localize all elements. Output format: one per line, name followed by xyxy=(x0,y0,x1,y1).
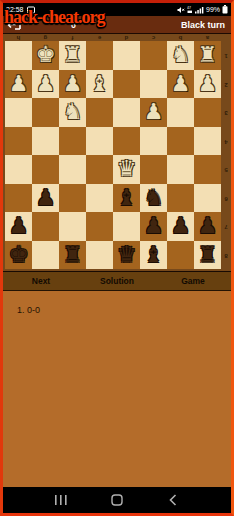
square-h6[interactable] xyxy=(5,184,32,213)
square-c6[interactable]: ♞ xyxy=(140,184,167,213)
tab-solution[interactable]: Solution xyxy=(79,272,155,290)
piece-white-knight: ♞ xyxy=(63,101,83,123)
piece-white-pawn: ♟ xyxy=(171,73,191,95)
rank-label-2: 2 xyxy=(221,70,231,99)
square-e5[interactable] xyxy=(86,155,113,184)
board-squares: ♚♜♞♜♟♟♟♝♟♟♞♟♛♟♝♞♟♟♟♟♚♜♛♝♜ xyxy=(5,41,221,269)
square-h7[interactable]: ♟ xyxy=(5,212,32,241)
file-label-h: h xyxy=(5,34,32,41)
square-e3[interactable] xyxy=(86,98,113,127)
square-c2[interactable] xyxy=(140,70,167,99)
square-g1[interactable]: ♚ xyxy=(32,41,59,70)
square-a7[interactable]: ♟ xyxy=(194,212,221,241)
piece-black-rook: ♜ xyxy=(198,244,218,266)
svg-text:47: 47 xyxy=(187,6,191,10)
square-g3[interactable] xyxy=(32,98,59,127)
exit-arrow-icon[interactable] xyxy=(3,17,25,32)
square-d4[interactable] xyxy=(113,127,140,156)
piece-black-bishop: ♝ xyxy=(117,187,137,209)
piece-white-queen: ♛ xyxy=(117,158,137,180)
screenshot-icon xyxy=(27,6,35,14)
piece-black-king: ♚ xyxy=(9,244,29,266)
rank-label-1: 1 xyxy=(221,41,231,70)
rank-label-4: 4 xyxy=(221,127,231,156)
battery-icon xyxy=(222,5,228,14)
rank-label-7: 7 xyxy=(221,212,231,241)
square-a6[interactable] xyxy=(194,184,221,213)
square-a8[interactable]: ♜ xyxy=(194,241,221,270)
square-g7[interactable] xyxy=(32,212,59,241)
square-d1[interactable] xyxy=(113,41,140,70)
square-a1[interactable]: ♜ xyxy=(194,41,221,70)
file-label-f: f xyxy=(59,34,86,41)
mute-icon xyxy=(177,6,185,14)
score-white: 0 xyxy=(71,20,76,30)
tab-bar: Next Solution Game xyxy=(3,272,231,291)
square-b6[interactable] xyxy=(167,184,194,213)
piece-white-rook: ♜ xyxy=(198,44,218,66)
rank-label-3: 3 xyxy=(221,98,231,127)
rank-labels: 12345678 xyxy=(221,41,231,269)
piece-white-pawn: ♟ xyxy=(9,73,29,95)
moves-panel: 1. 0-0 xyxy=(3,291,231,487)
square-d5[interactable]: ♛ xyxy=(113,155,140,184)
rank-label-6: 6 xyxy=(221,184,231,213)
score-red: 0 xyxy=(100,20,105,30)
square-d6[interactable]: ♝ xyxy=(113,184,140,213)
piece-black-pawn: ♟ xyxy=(171,215,191,237)
square-a5[interactable] xyxy=(194,155,221,184)
square-e1[interactable] xyxy=(86,41,113,70)
piece-black-pawn: ♟ xyxy=(198,215,218,237)
piece-white-pawn: ♟ xyxy=(63,73,83,95)
file-label-d: d xyxy=(113,34,140,41)
square-f5[interactable] xyxy=(59,155,86,184)
toolbar: 0 0 Black turn xyxy=(3,16,231,34)
square-b2[interactable]: ♟ xyxy=(167,70,194,99)
square-h1[interactable] xyxy=(5,41,32,70)
square-b8[interactable] xyxy=(167,241,194,270)
square-b3[interactable] xyxy=(167,98,194,127)
square-h5[interactable] xyxy=(5,155,32,184)
square-c4[interactable] xyxy=(140,127,167,156)
square-d3[interactable] xyxy=(113,98,140,127)
square-e7[interactable] xyxy=(86,212,113,241)
square-b1[interactable]: ♞ xyxy=(167,41,194,70)
piece-black-queen: ♛ xyxy=(117,244,137,266)
navigation-bar xyxy=(3,487,231,513)
square-g4[interactable] xyxy=(32,127,59,156)
piece-black-bishop: ♝ xyxy=(144,244,164,266)
square-f4[interactable] xyxy=(59,127,86,156)
square-e6[interactable] xyxy=(86,184,113,213)
piece-white-pawn: ♟ xyxy=(198,73,218,95)
square-g8[interactable] xyxy=(32,241,59,270)
piece-black-rook: ♜ xyxy=(63,244,83,266)
piece-black-knight: ♞ xyxy=(144,187,164,209)
piece-white-bishop: ♝ xyxy=(90,73,110,95)
piece-white-knight: ♞ xyxy=(171,44,191,66)
square-h3[interactable] xyxy=(5,98,32,127)
square-d7[interactable] xyxy=(113,212,140,241)
square-f6[interactable] xyxy=(59,184,86,213)
back-icon[interactable] xyxy=(158,490,188,510)
square-d8[interactable]: ♛ xyxy=(113,241,140,270)
file-label-c: c xyxy=(140,34,167,41)
signal-icon xyxy=(195,6,204,14)
piece-white-rook: ♜ xyxy=(63,44,83,66)
volte-icon: 47 xyxy=(187,6,193,14)
square-f7[interactable] xyxy=(59,212,86,241)
square-f3[interactable]: ♞ xyxy=(59,98,86,127)
square-c8[interactable]: ♝ xyxy=(140,241,167,270)
file-label-b: b xyxy=(167,34,194,41)
move-text: 1. 0-0 xyxy=(17,305,40,315)
square-e8[interactable] xyxy=(86,241,113,270)
phone-screen: hack-cheat.org 22:58 47 99% xyxy=(0,0,234,516)
square-c1[interactable] xyxy=(140,41,167,70)
status-bar: 22:58 47 99% xyxy=(3,3,231,16)
chess-board: hgfedcba ♚♜♞♜♟♟♟♝♟♟♞♟♛♟♝♞♟♟♟♟♚♜♛♝♜ 12345… xyxy=(3,34,231,272)
file-label-e: e xyxy=(86,34,113,41)
file-label-g: g xyxy=(32,34,59,41)
square-f1[interactable]: ♜ xyxy=(59,41,86,70)
square-d2[interactable] xyxy=(113,70,140,99)
square-a3[interactable] xyxy=(194,98,221,127)
square-g5[interactable] xyxy=(32,155,59,184)
square-b4[interactable] xyxy=(167,127,194,156)
tab-next[interactable]: Next xyxy=(3,272,79,290)
turn-indicator: Black turn xyxy=(181,20,225,30)
square-c3[interactable]: ♟ xyxy=(140,98,167,127)
piece-white-king: ♚ xyxy=(36,44,56,66)
tab-game[interactable]: Game xyxy=(155,272,231,290)
piece-white-pawn: ♟ xyxy=(144,101,164,123)
home-icon[interactable] xyxy=(102,490,132,510)
square-g2[interactable]: ♟ xyxy=(32,70,59,99)
rank-label-5: 5 xyxy=(221,155,231,184)
file-label-a: a xyxy=(194,34,221,41)
square-f8[interactable]: ♜ xyxy=(59,241,86,270)
status-time: 22:58 xyxy=(6,6,24,13)
square-g6[interactable]: ♟ xyxy=(32,184,59,213)
square-b5[interactable] xyxy=(167,155,194,184)
square-h2[interactable]: ♟ xyxy=(5,70,32,99)
square-a4[interactable] xyxy=(194,127,221,156)
piece-white-pawn: ♟ xyxy=(36,73,56,95)
recents-icon[interactable] xyxy=(46,490,76,510)
square-a2[interactable]: ♟ xyxy=(194,70,221,99)
file-labels: hgfedcba xyxy=(5,34,231,41)
piece-black-pawn: ♟ xyxy=(36,187,56,209)
square-e4[interactable] xyxy=(86,127,113,156)
square-b7[interactable]: ♟ xyxy=(167,212,194,241)
piece-black-pawn: ♟ xyxy=(144,215,164,237)
battery-percent: 99% xyxy=(206,6,220,13)
piece-black-pawn: ♟ xyxy=(9,215,29,237)
rank-label-8: 8 xyxy=(221,241,231,270)
square-c7[interactable]: ♟ xyxy=(140,212,167,241)
square-c5[interactable] xyxy=(140,155,167,184)
square-h4[interactable] xyxy=(5,127,32,156)
square-h8[interactable]: ♚ xyxy=(5,241,32,270)
square-e2[interactable]: ♝ xyxy=(86,70,113,99)
square-f2[interactable]: ♟ xyxy=(59,70,86,99)
